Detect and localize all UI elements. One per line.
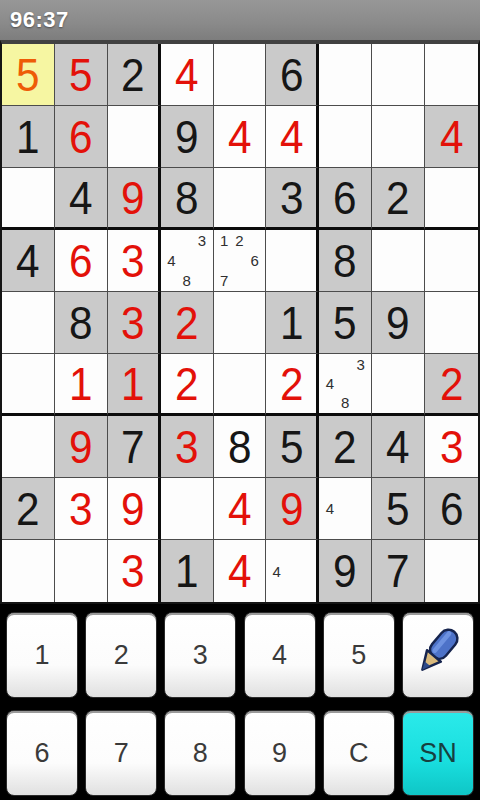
cell-r9c8[interactable]: 7 (372, 540, 425, 602)
cell-value: 1 (121, 361, 145, 407)
cell-r7c4[interactable]: 3 (161, 416, 214, 478)
cell-r6c3[interactable]: 1 (108, 354, 161, 416)
cell-r2c5[interactable]: 4 (214, 106, 267, 168)
cell-r4c7[interactable]: 8 (319, 230, 372, 292)
cell-r9c5[interactable]: 4 (214, 540, 267, 602)
cell-r7c7[interactable]: 2 (319, 416, 372, 478)
cell-value: 8 (69, 300, 93, 346)
pencil-marks: 348 (164, 231, 210, 290)
digit-button-6[interactable]: 6 (6, 710, 78, 796)
pencil-marks: 4 (269, 541, 313, 601)
cell-r5c7[interactable]: 5 (319, 292, 372, 354)
cell-value: 9 (175, 114, 199, 160)
cell-r7c5[interactable]: 8 (214, 416, 267, 478)
sudoku-board: 5524616944449836246334812678832159112234… (0, 40, 480, 604)
keypad: 1 2 3 4 5 6 7 (0, 604, 480, 800)
clear-button[interactable]: C (323, 710, 395, 796)
cell-value: 4 (386, 424, 410, 470)
cell-r2c9[interactable]: 4 (425, 106, 478, 168)
cell-r3c6[interactable]: 3 (266, 168, 319, 230)
pencil-marks: 1267 (217, 231, 263, 290)
cell-r1c7[interactable] (319, 44, 372, 106)
cell-r3c1[interactable] (2, 168, 55, 230)
cell-r6c2[interactable]: 1 (55, 354, 108, 416)
cell-value: 2 (333, 424, 357, 470)
cell-value: 8 (175, 175, 199, 221)
cell-value: 3 (121, 238, 145, 284)
pencil-mode-button[interactable] (402, 612, 474, 698)
digit-button-4[interactable]: 4 (244, 612, 316, 698)
cell-r3c5[interactable] (214, 168, 267, 230)
cell-r7c6[interactable]: 5 (266, 416, 319, 478)
cell-value: 2 (175, 300, 199, 346)
cell-value: 2 (280, 361, 304, 407)
game-timer: 96:37 (10, 7, 69, 33)
cell-value: 3 (121, 300, 145, 346)
cell-r5c6[interactable]: 1 (266, 292, 319, 354)
cell-r7c8[interactable]: 4 (372, 416, 425, 478)
cell-value: 6 (333, 175, 357, 221)
cell-r5c2[interactable]: 8 (55, 292, 108, 354)
cell-value: 9 (121, 175, 145, 221)
cell-r4c8[interactable] (372, 230, 425, 292)
keypad-row-2: 6 7 8 9 C SN (6, 710, 474, 796)
cell-value: 3 (69, 486, 93, 532)
digit-button-5[interactable]: 5 (323, 612, 395, 698)
cell-r5c9[interactable] (425, 292, 478, 354)
cell-value: 5 (69, 52, 93, 98)
cell-value: 2 (440, 361, 464, 407)
cell-value: 3 (280, 175, 304, 221)
digit-button-3[interactable]: 3 (164, 612, 236, 698)
cell-r8c9[interactable]: 6 (425, 478, 478, 540)
cell-r8c6[interactable]: 9 (266, 478, 319, 540)
cell-value: 5 (386, 486, 410, 532)
cell-r4c1[interactable]: 4 (2, 230, 55, 292)
cell-value: 6 (69, 238, 93, 284)
cell-value: 3 (175, 424, 199, 470)
digit-button-1[interactable]: 1 (6, 612, 78, 698)
cell-r3c4[interactable]: 8 (161, 168, 214, 230)
cell-value: 2 (175, 361, 199, 407)
keypad-row-1: 1 2 3 4 5 (6, 612, 474, 698)
cell-value: 5 (16, 52, 40, 98)
cell-value: 4 (228, 486, 252, 532)
digit-button-2[interactable]: 2 (85, 612, 157, 698)
cell-r9c4[interactable]: 1 (161, 540, 214, 602)
cell-value: 6 (69, 114, 93, 160)
cell-r8c8[interactable]: 5 (372, 478, 425, 540)
cell-value: 4 (175, 52, 199, 98)
cell-r2c2[interactable]: 6 (55, 106, 108, 168)
cell-r3c7[interactable]: 6 (319, 168, 372, 230)
cell-r9c7[interactable]: 9 (319, 540, 372, 602)
digit-button-9[interactable]: 9 (244, 710, 316, 796)
cell-value: 5 (280, 424, 304, 470)
cell-r2c3[interactable] (108, 106, 161, 168)
cell-r4c6[interactable] (266, 230, 319, 292)
cell-r1c8[interactable] (372, 44, 425, 106)
cell-r6c1[interactable] (2, 354, 55, 416)
cell-r2c8[interactable] (372, 106, 425, 168)
cell-r1c9[interactable] (425, 44, 478, 106)
cell-r7c3[interactable]: 7 (108, 416, 161, 478)
cell-value: 8 (333, 238, 357, 284)
cell-r9c1[interactable] (2, 540, 55, 602)
cell-r9c9[interactable] (425, 540, 478, 602)
cell-r4c5[interactable]: 1267 (214, 230, 267, 292)
cell-value: 9 (69, 424, 93, 470)
cell-r5c1[interactable] (2, 292, 55, 354)
cell-value: 4 (228, 548, 252, 594)
cell-value: 1 (69, 361, 93, 407)
cell-value: 6 (280, 52, 304, 98)
cell-r1c2[interactable]: 5 (55, 44, 108, 106)
cell-r3c3[interactable]: 9 (108, 168, 161, 230)
cell-value: 9 (386, 300, 410, 346)
cell-r7c2[interactable]: 9 (55, 416, 108, 478)
cell-r6c9[interactable]: 2 (425, 354, 478, 416)
cell-value: 3 (440, 424, 464, 470)
cell-value: 2 (121, 52, 145, 98)
cell-r3c8[interactable]: 2 (372, 168, 425, 230)
cell-r9c6[interactable]: 4 (266, 540, 319, 602)
cell-r1c5[interactable] (214, 44, 267, 106)
cell-r5c3[interactable]: 3 (108, 292, 161, 354)
cell-r8c4[interactable] (161, 478, 214, 540)
cell-r3c9[interactable] (425, 168, 478, 230)
cell-r1c1[interactable]: 5 (2, 44, 55, 106)
cell-value: 3 (121, 548, 145, 594)
cell-value: 9 (121, 486, 145, 532)
cell-r2c4[interactable]: 9 (161, 106, 214, 168)
cell-value: 9 (280, 486, 304, 532)
cell-value: 2 (16, 486, 40, 532)
cell-r3c2[interactable]: 4 (55, 168, 108, 230)
cell-value: 1 (16, 114, 40, 160)
cell-r4c4[interactable]: 348 (161, 230, 214, 292)
cell-r8c7[interactable]: 4 (319, 478, 372, 540)
digit-button-7[interactable]: 7 (85, 710, 157, 796)
cell-r1c6[interactable]: 6 (266, 44, 319, 106)
cell-r7c1[interactable] (2, 416, 55, 478)
cell-r9c3[interactable]: 3 (108, 540, 161, 602)
cell-r6c6[interactable]: 2 (266, 354, 319, 416)
cell-r6c5[interactable] (214, 354, 267, 416)
sudoku-app: 96:37 5524616944449836246334812678832159… (0, 0, 480, 800)
cell-value: 8 (228, 424, 252, 470)
cell-value: 4 (228, 114, 252, 160)
cell-r8c1[interactable]: 2 (2, 478, 55, 540)
cell-value: 1 (175, 548, 199, 594)
cell-r8c5[interactable]: 4 (214, 478, 267, 540)
cell-r2c1[interactable]: 1 (2, 106, 55, 168)
cell-r8c3[interactable]: 9 (108, 478, 161, 540)
cell-value: 1 (280, 300, 304, 346)
cell-value: 4 (16, 238, 40, 284)
cell-r4c3[interactable]: 3 (108, 230, 161, 292)
cell-r2c6[interactable]: 4 (266, 106, 319, 168)
cell-r1c3[interactable]: 2 (108, 44, 161, 106)
pencil-marks: 348 (322, 355, 368, 412)
cell-r9c2[interactable] (55, 540, 108, 602)
cell-r6c7[interactable]: 348 (319, 354, 372, 416)
cell-value: 4 (69, 175, 93, 221)
cell-value: 4 (440, 114, 464, 160)
pencil-icon (411, 621, 465, 690)
cell-r6c8[interactable] (372, 354, 425, 416)
digit-button-8[interactable]: 8 (164, 710, 236, 796)
cell-r6c4[interactable]: 2 (161, 354, 214, 416)
cell-value: 4 (280, 114, 304, 160)
cell-r1c4[interactable]: 4 (161, 44, 214, 106)
cell-r7c9[interactable]: 3 (425, 416, 478, 478)
cell-value: 7 (121, 424, 145, 470)
cell-r2c7[interactable] (319, 106, 372, 168)
cell-value: 7 (386, 548, 410, 594)
cell-r4c2[interactable]: 6 (55, 230, 108, 292)
pencil-marks: 4 (322, 479, 368, 538)
cell-value: 9 (333, 548, 357, 594)
status-bar: 96:37 (0, 0, 480, 40)
cell-r8c2[interactable]: 3 (55, 478, 108, 540)
cell-value: 2 (386, 175, 410, 221)
sn-button[interactable]: SN (402, 710, 474, 796)
cell-r5c5[interactable] (214, 292, 267, 354)
cell-r5c8[interactable]: 9 (372, 292, 425, 354)
cell-value: 6 (440, 486, 464, 532)
cell-value: 5 (333, 300, 357, 346)
cell-r4c9[interactable] (425, 230, 478, 292)
cell-r5c4[interactable]: 2 (161, 292, 214, 354)
